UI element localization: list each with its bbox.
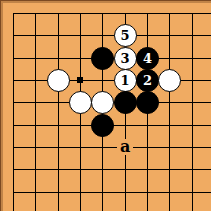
stone-black-move-4: 4 xyxy=(136,47,159,70)
stone-white-move-1: 1 xyxy=(114,69,137,92)
board-grid xyxy=(13,13,211,211)
star-point-marker xyxy=(77,77,83,83)
board-left-edge-highlight xyxy=(1,1,3,211)
go-board-diagram: 53412a xyxy=(0,0,211,211)
stone-white-move-5: 5 xyxy=(114,24,137,47)
stone-white xyxy=(47,69,70,92)
stone-black-move-2: 2 xyxy=(136,69,159,92)
stone-white-move-3: 3 xyxy=(114,47,137,70)
board-top-edge-highlight xyxy=(0,1,211,3)
stone-black xyxy=(114,91,137,114)
stone-black xyxy=(91,114,114,137)
stone-black xyxy=(91,47,114,70)
point-label-a: a xyxy=(117,139,133,155)
